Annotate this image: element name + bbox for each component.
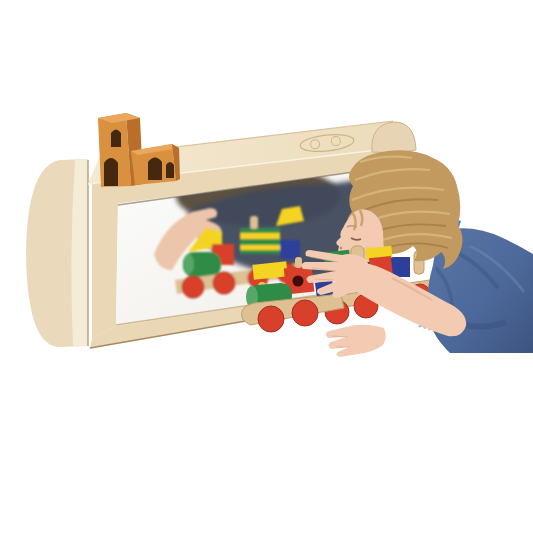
unit-left-end-rim-highlight: [71, 159, 88, 346]
house-window-arch: [111, 130, 121, 148]
cab-peg: [295, 257, 302, 268]
cab-hole: [293, 276, 304, 287]
reflected-stripe: [240, 233, 280, 239]
product-photo: AY.: [0, 0, 533, 533]
house-wing-window: [148, 158, 162, 181]
wheel: [258, 306, 284, 332]
reflected-wheel: [182, 276, 204, 298]
unit-left-frame: [92, 183, 118, 339]
nostril: [340, 247, 342, 249]
reflected-blue-cube: [280, 240, 300, 259]
reflected-wheel: [213, 272, 235, 294]
reflected-boiler-face: [184, 254, 194, 274]
reflected-stripe-2: [240, 245, 280, 250]
reflected-striped-wagon: [240, 228, 280, 254]
house-wing-window-2: [166, 162, 174, 178]
wheel: [292, 300, 318, 326]
scene-illustration: AY.: [0, 0, 533, 533]
reflected-peg: [250, 216, 258, 229]
house-door-arch: [104, 158, 118, 186]
